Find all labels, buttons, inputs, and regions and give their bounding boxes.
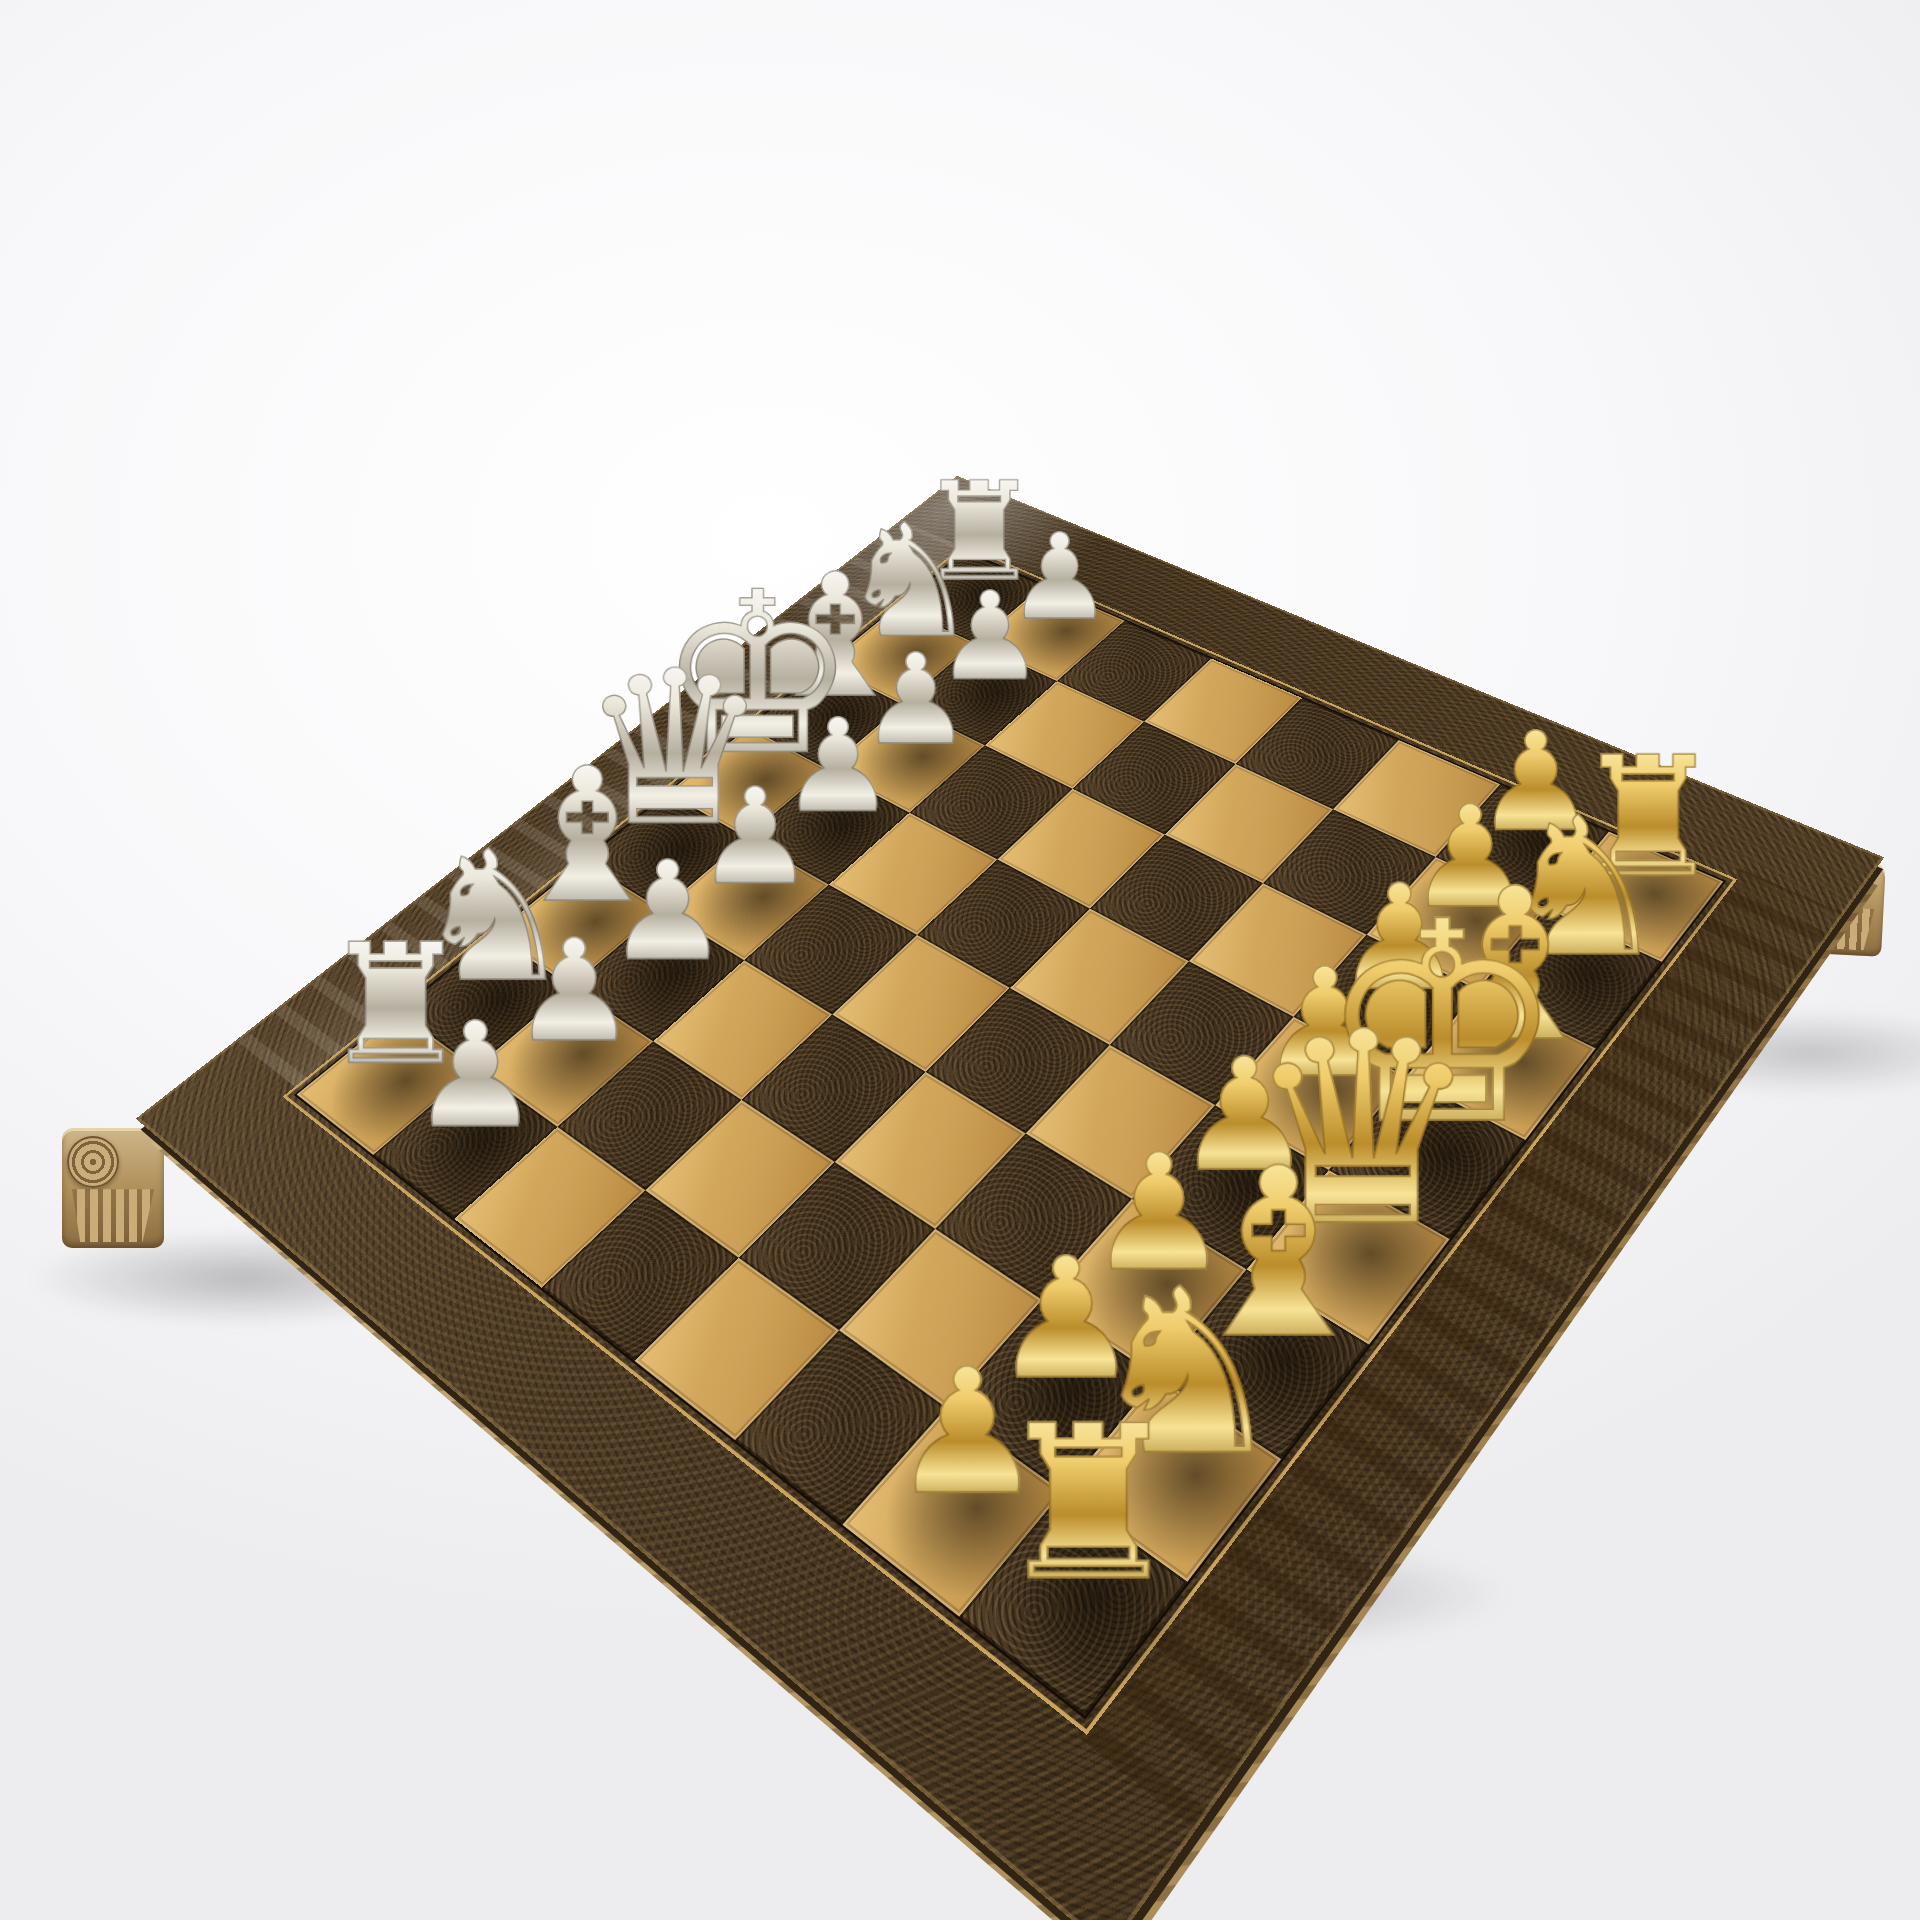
square-a3[interactable] — [454, 1127, 644, 1287]
square-h4[interactable] — [1144, 658, 1303, 764]
square-a8[interactable]: ♜ — [959, 1492, 1187, 1716]
pawn-glyph: ♟ — [341, 1004, 610, 1149]
rook-glyph: ♜ — [922, 1398, 1256, 1612]
squares: ♜♞♝♛♚♝♞♜♟♟♟♟♟♟♟♟♟♟♟♟♟♟♟♟♜♞♝♛♚♝♞♜ — [294, 550, 1726, 1720]
chess-board: ♜♞♝♛♚♝♞♜♟♟♟♟♟♟♟♟♟♟♟♟♟♟♟♟♜♞♝♛♚♝♞♜ — [136, 476, 1884, 1920]
scene: ♜♞♝♛♚♝♞♜♟♟♟♟♟♟♟♟♟♟♟♟♟♟♟♟♜♞♝♛♚♝♞♜ — [0, 0, 1920, 1920]
square-a2[interactable]: ♟ — [373, 1068, 557, 1219]
